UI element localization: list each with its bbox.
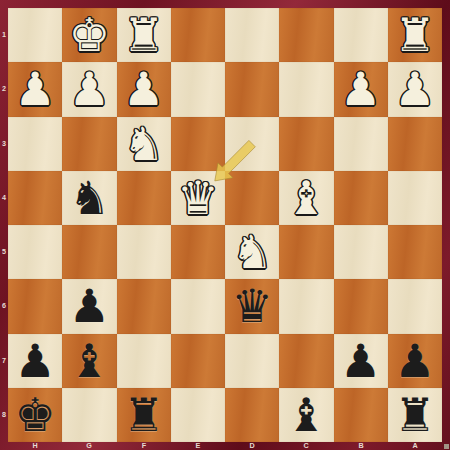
rank-label-4: 4 <box>0 193 7 202</box>
square-b7[interactable]: ♟ <box>334 334 388 388</box>
black-pawn-a7[interactable]: ♟ <box>394 334 435 388</box>
square-d8[interactable] <box>225 388 279 442</box>
file-label-a: A <box>406 442 424 449</box>
square-d2[interactable] <box>225 62 279 116</box>
square-g3[interactable] <box>62 117 116 171</box>
white-knight-f3[interactable]: ♞ <box>123 117 164 171</box>
square-a7[interactable]: ♟ <box>388 334 442 388</box>
black-knight-g4[interactable]: ♞ <box>69 171 110 225</box>
white-pawn-b2[interactable]: ♟ <box>340 62 381 116</box>
black-pawn-h7[interactable]: ♟ <box>15 334 56 388</box>
square-c1[interactable] <box>279 8 333 62</box>
rank-label-6: 6 <box>0 302 7 311</box>
square-f6[interactable] <box>117 279 171 333</box>
rank-label-5: 5 <box>0 248 7 257</box>
square-f7[interactable] <box>117 334 171 388</box>
square-f4[interactable] <box>117 171 171 225</box>
square-c4[interactable]: ♝ <box>279 171 333 225</box>
square-g4[interactable]: ♞ <box>62 171 116 225</box>
square-g5[interactable] <box>62 225 116 279</box>
square-e5[interactable] <box>171 225 225 279</box>
black-rook-f8[interactable]: ♜ <box>123 388 164 442</box>
square-d1[interactable] <box>225 8 279 62</box>
square-a4[interactable] <box>388 171 442 225</box>
square-e7[interactable] <box>171 334 225 388</box>
square-g2[interactable]: ♟ <box>62 62 116 116</box>
square-h7[interactable]: ♟ <box>8 334 62 388</box>
square-b8[interactable] <box>334 388 388 442</box>
white-rook-a1[interactable]: ♜ <box>394 8 435 62</box>
file-label-h: H <box>26 442 44 449</box>
square-d5[interactable]: ♞ <box>225 225 279 279</box>
black-king-h8[interactable]: ♚ <box>15 388 56 442</box>
square-h1[interactable] <box>8 8 62 62</box>
square-e1[interactable] <box>171 8 225 62</box>
square-b4[interactable] <box>334 171 388 225</box>
white-bishop-c4[interactable]: ♝ <box>286 171 327 225</box>
file-label-b: B <box>352 442 370 449</box>
board: ♚♜♜♟♟♟♟♟♞♞♛♝♞♟♛♟♝♟♟♚♜♝♜ <box>8 8 442 442</box>
file-label-g: G <box>80 442 98 449</box>
square-a8[interactable]: ♜ <box>388 388 442 442</box>
square-b6[interactable] <box>334 279 388 333</box>
square-h5[interactable] <box>8 225 62 279</box>
square-d7[interactable] <box>225 334 279 388</box>
rank-label-8: 8 <box>0 410 7 419</box>
white-knight-d5[interactable]: ♞ <box>232 225 273 279</box>
square-g6[interactable]: ♟ <box>62 279 116 333</box>
square-e8[interactable] <box>171 388 225 442</box>
file-label-f: F <box>135 442 153 449</box>
square-c8[interactable]: ♝ <box>279 388 333 442</box>
white-rook-f1[interactable]: ♜ <box>123 8 164 62</box>
rank-label-3: 3 <box>0 139 7 148</box>
square-g8[interactable] <box>62 388 116 442</box>
black-pawn-g6[interactable]: ♟ <box>69 279 110 333</box>
square-e3[interactable] <box>171 117 225 171</box>
square-f5[interactable] <box>117 225 171 279</box>
square-h8[interactable]: ♚ <box>8 388 62 442</box>
square-a6[interactable] <box>388 279 442 333</box>
white-pawn-a2[interactable]: ♟ <box>394 62 435 116</box>
square-c5[interactable] <box>279 225 333 279</box>
square-f8[interactable]: ♜ <box>117 388 171 442</box>
square-d4[interactable] <box>225 171 279 225</box>
black-queen-d6[interactable]: ♛ <box>232 279 273 333</box>
square-a5[interactable] <box>388 225 442 279</box>
square-c3[interactable] <box>279 117 333 171</box>
white-pawn-f2[interactable]: ♟ <box>123 62 164 116</box>
square-a2[interactable]: ♟ <box>388 62 442 116</box>
white-queen-e4[interactable]: ♛ <box>177 171 218 225</box>
white-pawn-h2[interactable]: ♟ <box>15 62 56 116</box>
square-f3[interactable]: ♞ <box>117 117 171 171</box>
square-b2[interactable]: ♟ <box>334 62 388 116</box>
rank-label-7: 7 <box>0 356 7 365</box>
black-bishop-c8[interactable]: ♝ <box>286 388 327 442</box>
square-h2[interactable]: ♟ <box>8 62 62 116</box>
square-h6[interactable] <box>8 279 62 333</box>
square-b3[interactable] <box>334 117 388 171</box>
square-a3[interactable] <box>388 117 442 171</box>
rank-label-2: 2 <box>0 85 7 94</box>
black-rook-a8[interactable]: ♜ <box>394 388 435 442</box>
square-d3[interactable] <box>225 117 279 171</box>
square-f1[interactable]: ♜ <box>117 8 171 62</box>
black-bishop-g7[interactable]: ♝ <box>69 334 110 388</box>
square-a1[interactable]: ♜ <box>388 8 442 62</box>
square-g1[interactable]: ♚ <box>62 8 116 62</box>
file-label-d: D <box>243 442 261 449</box>
square-c7[interactable] <box>279 334 333 388</box>
square-c2[interactable] <box>279 62 333 116</box>
rank-label-1: 1 <box>0 31 7 40</box>
square-h4[interactable] <box>8 171 62 225</box>
black-pawn-b7[interactable]: ♟ <box>340 334 381 388</box>
chess-board-screenshot: ♚♜♜♟♟♟♟♟♞♞♛♝♞♟♛♟♝♟♟♚♜♝♜ 12345678HGFEDCBA <box>0 0 450 450</box>
square-h3[interactable] <box>8 117 62 171</box>
square-c6[interactable] <box>279 279 333 333</box>
square-e2[interactable] <box>171 62 225 116</box>
square-g7[interactable]: ♝ <box>62 334 116 388</box>
white-pawn-g2[interactable]: ♟ <box>69 62 110 116</box>
square-d6[interactable]: ♛ <box>225 279 279 333</box>
square-e6[interactable] <box>171 279 225 333</box>
square-f2[interactable]: ♟ <box>117 62 171 116</box>
white-king-g1[interactable]: ♚ <box>69 8 110 62</box>
resize-corner-dot <box>444 444 449 449</box>
square-b1[interactable] <box>334 8 388 62</box>
file-label-c: C <box>297 442 315 449</box>
square-e4[interactable]: ♛ <box>171 171 225 225</box>
square-b5[interactable] <box>334 225 388 279</box>
file-label-e: E <box>189 442 207 449</box>
